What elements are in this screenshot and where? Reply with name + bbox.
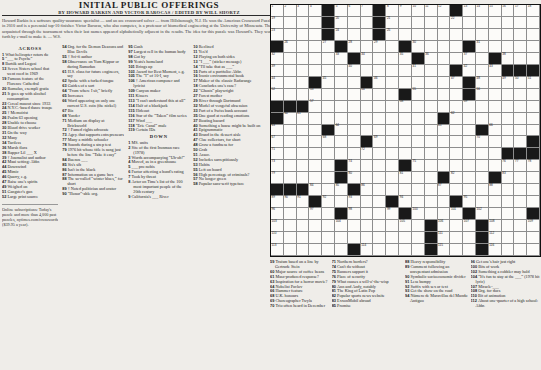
grid-cell[interactable] <box>502 41 515 53</box>
grid-cell[interactable] <box>450 136 463 148</box>
grid-cell[interactable] <box>502 184 515 196</box>
grid-cell[interactable] <box>514 172 527 184</box>
grid-cell[interactable]: 31 <box>476 41 489 53</box>
grid-cell[interactable] <box>450 53 463 65</box>
grid-cell[interactable] <box>463 29 476 41</box>
grid-cell[interactable] <box>502 125 515 137</box>
grid-cell[interactable] <box>399 244 412 256</box>
grid-cell[interactable] <box>514 244 527 256</box>
grid-cell[interactable] <box>284 53 297 65</box>
grid-cell[interactable] <box>450 89 463 101</box>
grid-cell[interactable] <box>373 65 386 77</box>
grid-cell[interactable] <box>450 41 463 53</box>
grid-cell[interactable]: 64 <box>335 125 348 137</box>
grid-cell[interactable] <box>527 172 540 184</box>
grid-cell[interactable]: 50 <box>514 77 527 89</box>
grid-cell[interactable] <box>502 17 515 29</box>
grid-cell[interactable] <box>309 113 322 125</box>
grid-cell[interactable] <box>425 160 438 172</box>
grid-cell[interactable] <box>284 244 297 256</box>
grid-cell[interactable]: 2 <box>284 5 297 17</box>
grid-cell[interactable]: 109 <box>527 220 540 232</box>
grid-cell[interactable] <box>386 232 399 244</box>
grid-cell[interactable]: 38 <box>502 53 515 65</box>
grid-cell[interactable]: 56 <box>476 89 489 101</box>
grid-cell[interactable] <box>438 160 451 172</box>
grid-cell[interactable]: 18 <box>527 5 540 17</box>
grid-cell[interactable]: 77 <box>514 160 527 172</box>
grid-cell[interactable] <box>438 89 451 101</box>
grid-cell[interactable] <box>514 220 527 232</box>
grid-cell[interactable] <box>514 125 527 137</box>
grid-cell[interactable] <box>361 65 374 77</box>
grid-cell[interactable] <box>309 17 322 29</box>
grid-cell[interactable] <box>412 184 425 196</box>
grid-cell[interactable]: 49 <box>502 77 515 89</box>
grid-cell[interactable] <box>373 160 386 172</box>
grid-cell[interactable] <box>527 125 540 137</box>
grid-cell[interactable] <box>399 77 412 89</box>
grid-cell[interactable] <box>502 196 515 208</box>
grid-cell[interactable] <box>476 53 489 65</box>
grid-cell[interactable] <box>463 172 476 184</box>
grid-cell[interactable] <box>502 113 515 125</box>
grid-cell[interactable] <box>361 196 374 208</box>
grid-cell[interactable] <box>438 41 451 53</box>
grid-cell[interactable]: 16 <box>502 5 515 17</box>
grid-cell[interactable]: 4 <box>309 5 322 17</box>
grid-cell[interactable] <box>361 220 374 232</box>
grid-cell[interactable] <box>386 184 399 196</box>
grid-cell[interactable] <box>489 136 502 148</box>
grid-cell[interactable] <box>399 113 412 125</box>
grid-cell[interactable] <box>309 160 322 172</box>
grid-cell[interactable] <box>322 220 335 232</box>
grid-cell[interactable] <box>373 232 386 244</box>
grid-cell[interactable]: 10 <box>412 5 425 17</box>
grid-cell[interactable]: 75 <box>412 160 425 172</box>
grid-cell[interactable] <box>463 148 476 160</box>
grid-cell[interactable] <box>527 89 540 101</box>
grid-cell[interactable] <box>476 172 489 184</box>
grid-cell[interactable]: 61 <box>297 113 310 125</box>
grid-cell[interactable]: 7 <box>361 5 374 17</box>
grid-cell[interactable]: 15 <box>489 5 502 17</box>
grid-cell[interactable] <box>297 220 310 232</box>
grid-cell[interactable] <box>489 101 502 113</box>
grid-cell[interactable] <box>309 232 322 244</box>
grid-cell[interactable]: 87 <box>438 184 451 196</box>
grid-cell[interactable] <box>348 232 361 244</box>
grid-cell[interactable]: 107 <box>463 220 476 232</box>
grid-cell[interactable] <box>284 125 297 137</box>
grid-cell[interactable] <box>386 172 399 184</box>
grid-cell[interactable]: 66 <box>489 125 502 137</box>
grid-cell[interactable] <box>386 113 399 125</box>
grid-cell[interactable]: 17 <box>514 5 527 17</box>
grid-cell[interactable] <box>361 17 374 29</box>
grid-cell[interactable]: 43 <box>489 65 502 77</box>
grid-cell[interactable]: 101 <box>450 208 463 220</box>
grid-cell[interactable] <box>373 244 386 256</box>
grid-cell[interactable] <box>348 77 361 89</box>
grid-cell[interactable] <box>527 232 540 244</box>
grid-cell[interactable] <box>489 160 502 172</box>
grid-cell[interactable] <box>450 232 463 244</box>
grid-cell[interactable] <box>373 101 386 113</box>
grid-cell[interactable] <box>284 232 297 244</box>
grid-cell[interactable] <box>514 89 527 101</box>
grid-cell[interactable] <box>322 172 335 184</box>
grid-cell[interactable]: 30 <box>412 41 425 53</box>
grid-cell[interactable] <box>438 148 451 160</box>
grid-cell[interactable] <box>361 29 374 41</box>
grid-cell[interactable] <box>335 196 348 208</box>
grid-cell[interactable] <box>425 65 438 77</box>
grid-cell[interactable]: 3 <box>297 5 310 17</box>
grid-cell[interactable] <box>373 113 386 125</box>
grid-cell[interactable]: 72 <box>361 148 374 160</box>
grid-cell[interactable]: 81 <box>399 172 412 184</box>
grid-cell[interactable] <box>527 184 540 196</box>
grid-cell[interactable] <box>425 172 438 184</box>
grid-cell[interactable] <box>284 65 297 77</box>
grid-cell[interactable] <box>284 89 297 101</box>
grid-cell[interactable]: 24 <box>335 29 348 41</box>
grid-cell[interactable] <box>309 53 322 65</box>
grid-cell[interactable] <box>348 125 361 137</box>
grid-cell[interactable] <box>297 148 310 160</box>
grid-cell[interactable] <box>438 136 451 148</box>
grid-cell[interactable] <box>348 17 361 29</box>
grid-cell[interactable] <box>297 232 310 244</box>
grid-cell[interactable] <box>309 244 322 256</box>
grid-cell[interactable] <box>373 172 386 184</box>
grid-cell[interactable] <box>399 232 412 244</box>
grid-cell[interactable]: 80 <box>348 172 361 184</box>
grid-cell[interactable] <box>502 89 515 101</box>
grid-cell[interactable]: 68 <box>322 136 335 148</box>
grid-cell[interactable] <box>527 29 540 41</box>
grid-cell[interactable] <box>309 125 322 137</box>
grid-cell[interactable] <box>335 136 348 148</box>
grid-cell[interactable]: 60 <box>284 113 297 125</box>
grid-cell[interactable] <box>335 65 348 77</box>
grid-cell[interactable] <box>284 160 297 172</box>
grid-cell[interactable] <box>386 220 399 232</box>
grid-cell[interactable]: 102 <box>476 208 489 220</box>
grid-cell[interactable] <box>386 244 399 256</box>
grid-cell[interactable] <box>322 160 335 172</box>
grid-cell[interactable] <box>284 136 297 148</box>
grid-cell[interactable] <box>322 208 335 220</box>
grid-cell[interactable]: 86 <box>361 184 374 196</box>
grid-cell[interactable]: 45 <box>322 77 335 89</box>
grid-cell[interactable] <box>489 41 502 53</box>
grid-cell[interactable] <box>425 77 438 89</box>
grid-cell[interactable] <box>502 101 515 113</box>
grid-cell[interactable]: 90 <box>284 196 297 208</box>
grid-cell[interactable] <box>373 148 386 160</box>
grid-cell[interactable] <box>514 184 527 196</box>
grid-cell[interactable]: 83 <box>502 172 515 184</box>
grid-cell[interactable]: 115 <box>438 244 451 256</box>
grid-cell[interactable]: 11 <box>425 5 438 17</box>
grid-cell[interactable] <box>476 184 489 196</box>
grid-cell[interactable]: 57 <box>309 101 322 113</box>
grid-cell[interactable] <box>476 65 489 77</box>
grid-cell[interactable] <box>297 41 310 53</box>
grid-cell[interactable] <box>425 184 438 196</box>
grid-cell[interactable] <box>425 89 438 101</box>
grid-cell[interactable] <box>463 125 476 137</box>
grid-cell[interactable]: 79 <box>271 172 284 184</box>
grid-cell[interactable] <box>386 148 399 160</box>
grid-cell[interactable] <box>476 113 489 125</box>
grid-cell[interactable]: 32 <box>271 53 284 65</box>
grid-cell[interactable] <box>425 125 438 137</box>
grid-cell[interactable] <box>425 17 438 29</box>
grid-cell[interactable] <box>489 17 502 29</box>
grid-cell[interactable] <box>297 244 310 256</box>
grid-cell[interactable] <box>476 17 489 29</box>
grid-cell[interactable] <box>335 232 348 244</box>
grid-cell[interactable] <box>386 41 399 53</box>
grid-cell[interactable] <box>489 77 502 89</box>
grid-cell[interactable] <box>284 208 297 220</box>
grid-cell[interactable] <box>412 232 425 244</box>
grid-cell[interactable] <box>438 77 451 89</box>
grid-cell[interactable] <box>386 89 399 101</box>
grid-cell[interactable]: 54 <box>361 89 374 101</box>
grid-cell[interactable] <box>412 101 425 113</box>
grid-cell[interactable]: 37 <box>463 53 476 65</box>
grid-cell[interactable]: 65 <box>438 125 451 137</box>
grid-cell[interactable]: 104 <box>335 220 348 232</box>
grid-cell[interactable]: 51 <box>527 77 540 89</box>
grid-cell[interactable] <box>527 41 540 53</box>
grid-cell[interactable] <box>361 160 374 172</box>
grid-cell[interactable] <box>476 148 489 160</box>
grid-cell[interactable]: 39 <box>271 65 284 77</box>
grid-cell[interactable]: 95 <box>463 196 476 208</box>
grid-cell[interactable] <box>322 53 335 65</box>
grid-cell[interactable] <box>297 125 310 137</box>
grid-cell[interactable] <box>297 17 310 29</box>
grid-cell[interactable]: 78 <box>527 160 540 172</box>
grid-cell[interactable] <box>348 220 361 232</box>
grid-cell[interactable] <box>335 77 348 89</box>
grid-cell[interactable] <box>438 29 451 41</box>
grid-cell[interactable] <box>502 136 515 148</box>
grid-cell[interactable] <box>463 244 476 256</box>
grid-cell[interactable] <box>399 29 412 41</box>
grid-cell[interactable] <box>322 113 335 125</box>
grid-cell[interactable] <box>373 184 386 196</box>
grid-cell[interactable] <box>514 17 527 29</box>
grid-cell[interactable] <box>297 65 310 77</box>
grid-cell[interactable] <box>412 172 425 184</box>
grid-cell[interactable] <box>514 41 527 53</box>
grid-cell[interactable] <box>463 232 476 244</box>
grid-cell[interactable] <box>335 89 348 101</box>
grid-cell[interactable] <box>399 65 412 77</box>
grid-cell[interactable] <box>489 196 502 208</box>
grid-cell[interactable] <box>386 53 399 65</box>
grid-cell[interactable] <box>425 136 438 148</box>
grid-cell[interactable] <box>284 220 297 232</box>
grid-cell[interactable]: 99 <box>386 208 399 220</box>
grid-cell[interactable]: 84 <box>309 184 322 196</box>
grid-cell[interactable] <box>309 148 322 160</box>
grid-cell[interactable] <box>322 244 335 256</box>
grid-cell[interactable]: 70 <box>476 136 489 148</box>
grid-cell[interactable] <box>373 208 386 220</box>
grid-cell[interactable]: 6 <box>348 5 361 17</box>
grid-cell[interactable] <box>386 160 399 172</box>
grid-cell[interactable] <box>361 41 374 53</box>
grid-cell[interactable]: 26 <box>284 41 297 53</box>
grid-cell[interactable]: 29 <box>373 41 386 53</box>
grid-cell[interactable] <box>502 244 515 256</box>
grid-cell[interactable] <box>399 136 412 148</box>
grid-cell[interactable] <box>412 136 425 148</box>
grid-cell[interactable] <box>463 160 476 172</box>
grid-cell[interactable] <box>425 113 438 125</box>
grid-cell[interactable] <box>527 17 540 29</box>
grid-cell[interactable] <box>527 101 540 113</box>
grid-cell[interactable] <box>514 113 527 125</box>
grid-cell[interactable] <box>297 208 310 220</box>
grid-cell[interactable] <box>412 220 425 232</box>
grid-cell[interactable]: 69 <box>373 136 386 148</box>
grid-cell[interactable]: 59 <box>463 101 476 113</box>
grid-cell[interactable] <box>322 232 335 244</box>
grid-cell[interactable]: 114 <box>361 244 374 256</box>
grid-cell[interactable] <box>463 113 476 125</box>
grid-cell[interactable] <box>386 77 399 89</box>
grid-cell[interactable] <box>425 41 438 53</box>
grid-cell[interactable]: 97 <box>309 208 322 220</box>
grid-cell[interactable] <box>527 113 540 125</box>
grid-cell[interactable]: 88 <box>489 184 502 196</box>
grid-cell[interactable] <box>514 136 527 148</box>
grid-cell[interactable]: 116 <box>489 244 502 256</box>
grid-cell[interactable] <box>502 29 515 41</box>
grid-cell[interactable] <box>425 148 438 160</box>
grid-cell[interactable]: 105 <box>399 220 412 232</box>
grid-cell[interactable]: 92 <box>322 196 335 208</box>
grid-cell[interactable]: 55 <box>412 89 425 101</box>
grid-cell[interactable] <box>514 232 527 244</box>
grid-cell[interactable] <box>527 196 540 208</box>
grid-cell[interactable] <box>438 101 451 113</box>
grid-cell[interactable] <box>450 125 463 137</box>
grid-cell[interactable] <box>284 77 297 89</box>
grid-cell[interactable] <box>373 53 386 65</box>
grid-cell[interactable]: 113 <box>271 244 284 256</box>
grid-cell[interactable] <box>386 101 399 113</box>
grid-cell[interactable]: 25 <box>386 29 399 41</box>
grid-cell[interactable] <box>514 29 527 41</box>
grid-cell[interactable] <box>502 220 515 232</box>
grid-cell[interactable] <box>322 101 335 113</box>
grid-cell[interactable]: 22 <box>450 17 463 29</box>
grid-cell[interactable] <box>425 208 438 220</box>
grid-cell[interactable] <box>514 196 527 208</box>
grid-cell[interactable] <box>399 148 412 160</box>
grid-cell[interactable] <box>373 89 386 101</box>
grid-cell[interactable]: 91 <box>297 196 310 208</box>
grid-cell[interactable]: 40 <box>348 65 361 77</box>
grid-cell[interactable] <box>386 136 399 148</box>
grid-cell[interactable]: 33 <box>335 53 348 65</box>
grid-cell[interactable]: 41 <box>412 65 425 77</box>
grid-cell[interactable] <box>450 148 463 160</box>
grid-cell[interactable] <box>463 17 476 29</box>
grid-cell[interactable]: 28 <box>348 41 361 53</box>
grid-cell[interactable] <box>373 196 386 208</box>
grid-cell[interactable] <box>348 136 361 148</box>
grid-cell[interactable] <box>438 65 451 77</box>
grid-cell[interactable] <box>322 148 335 160</box>
grid-cell[interactable] <box>297 89 310 101</box>
grid-cell[interactable] <box>412 244 425 256</box>
grid-cell[interactable] <box>348 89 361 101</box>
grid-cell[interactable] <box>361 101 374 113</box>
grid-cell[interactable] <box>309 65 322 77</box>
grid-cell[interactable]: 62 <box>450 113 463 125</box>
grid-cell[interactable] <box>527 244 540 256</box>
grid-cell[interactable]: 47 <box>450 77 463 89</box>
grid-cell[interactable]: 94 <box>399 196 412 208</box>
grid-cell[interactable] <box>297 29 310 41</box>
grid-cell[interactable] <box>284 148 297 160</box>
grid-cell[interactable]: 58 <box>399 101 412 113</box>
grid-cell[interactable] <box>425 196 438 208</box>
grid-cell[interactable] <box>399 17 412 29</box>
grid-cell[interactable] <box>297 77 310 89</box>
grid-cell[interactable] <box>489 29 502 41</box>
grid-cell[interactable] <box>425 29 438 41</box>
grid-cell[interactable]: 23 <box>271 29 284 41</box>
grid-cell[interactable] <box>489 148 502 160</box>
grid-cell[interactable] <box>514 53 527 65</box>
grid-cell[interactable]: 100 <box>412 208 425 220</box>
grid-cell[interactable] <box>502 232 515 244</box>
grid-cell[interactable] <box>348 101 361 113</box>
grid-cell[interactable] <box>322 65 335 77</box>
grid-cell[interactable]: 12 <box>438 5 451 17</box>
grid-cell[interactable] <box>438 53 451 65</box>
grid-cell[interactable] <box>476 101 489 113</box>
grid-cell[interactable]: 46 <box>373 77 386 89</box>
grid-cell[interactable] <box>450 244 463 256</box>
grid-cell[interactable] <box>438 17 451 29</box>
grid-cell[interactable] <box>450 29 463 41</box>
grid-cell[interactable] <box>348 113 361 125</box>
grid-cell[interactable] <box>476 160 489 172</box>
grid-cell[interactable] <box>412 17 425 29</box>
grid-cell[interactable] <box>361 125 374 137</box>
grid-cell[interactable] <box>399 125 412 137</box>
grid-cell[interactable]: 82 <box>450 172 463 184</box>
grid-cell[interactable]: 85 <box>335 184 348 196</box>
grid-cell[interactable] <box>450 220 463 232</box>
grid-cell[interactable] <box>425 101 438 113</box>
grid-cell[interactable] <box>309 29 322 41</box>
grid-cell[interactable] <box>527 53 540 65</box>
